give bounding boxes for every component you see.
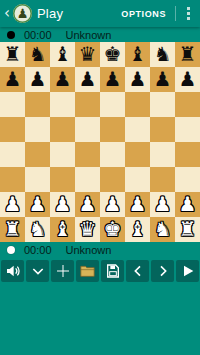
square-g3[interactable]	[150, 167, 175, 192]
piece-black-pawn[interactable]: ♟	[129, 67, 147, 92]
square-c1[interactable]: ♝	[50, 217, 75, 242]
square-b6[interactable]	[25, 92, 50, 117]
piece-white-rook[interactable]: ♜	[4, 217, 22, 242]
square-d5[interactable]	[75, 117, 100, 142]
square-g5[interactable]	[150, 117, 175, 142]
volume-button[interactable]	[1, 260, 24, 282]
chess-board[interactable]: ♜♞♝♛♚♝♞♜♟♟♟♟♟♟♟♟♟♟♟♟♟♟♟♟♜♞♝♛♚♝♞♜	[0, 42, 200, 242]
autoplay-button[interactable]	[176, 260, 199, 282]
piece-white-king[interactable]: ♚	[104, 217, 122, 242]
square-a4[interactable]	[0, 142, 25, 167]
square-d3[interactable]	[75, 167, 100, 192]
piece-black-king[interactable]: ♚	[104, 42, 122, 67]
square-g2[interactable]: ♟	[150, 192, 175, 217]
square-f4[interactable]	[125, 142, 150, 167]
piece-black-pawn[interactable]: ♟	[179, 67, 197, 92]
square-b8[interactable]: ♞	[25, 42, 50, 67]
chevron-left-icon	[130, 263, 146, 279]
piece-white-queen[interactable]: ♛	[79, 217, 97, 242]
square-f2[interactable]: ♟	[125, 192, 150, 217]
piece-white-knight[interactable]: ♞	[154, 217, 172, 242]
piece-black-rook[interactable]: ♜	[179, 42, 197, 67]
square-d4[interactable]	[75, 142, 100, 167]
piece-black-pawn[interactable]: ♟	[4, 67, 22, 92]
square-e8[interactable]: ♚	[100, 42, 125, 67]
square-h7[interactable]: ♟	[175, 67, 200, 92]
piece-white-pawn[interactable]: ♟	[54, 192, 72, 217]
square-c7[interactable]: ♟	[50, 67, 75, 92]
folder-icon	[79, 263, 96, 279]
piece-black-pawn[interactable]: ♟	[29, 67, 47, 92]
square-c6[interactable]	[50, 92, 75, 117]
piece-black-pawn[interactable]: ♟	[154, 67, 172, 92]
square-f8[interactable]: ♝	[125, 42, 150, 67]
square-c5[interactable]	[50, 117, 75, 142]
square-d7[interactable]: ♟	[75, 67, 100, 92]
square-f6[interactable]	[125, 92, 150, 117]
piece-black-rook[interactable]: ♜	[4, 42, 22, 67]
square-d2[interactable]: ♟	[75, 192, 100, 217]
kebab-menu-icon[interactable]	[183, 4, 194, 23]
toolbar	[0, 258, 200, 283]
square-b1[interactable]: ♞	[25, 217, 50, 242]
collapse-button[interactable]	[26, 260, 49, 282]
page-title: Play	[37, 6, 63, 21]
square-h4[interactable]	[175, 142, 200, 167]
square-c3[interactable]	[50, 167, 75, 192]
square-b3[interactable]	[25, 167, 50, 192]
appbar-divider	[175, 6, 176, 21]
square-d8[interactable]: ♛	[75, 42, 100, 67]
piece-white-pawn[interactable]: ♟	[179, 192, 197, 217]
piece-black-pawn[interactable]: ♟	[79, 67, 97, 92]
square-a7[interactable]: ♟	[0, 67, 25, 92]
white-player-clock: 00:00	[24, 244, 52, 256]
piece-white-pawn[interactable]: ♟	[29, 192, 47, 217]
black-player-row: 00:00 Unknown	[0, 27, 200, 42]
square-b2[interactable]: ♟	[25, 192, 50, 217]
square-d1[interactable]: ♛	[75, 217, 100, 242]
square-g7[interactable]: ♟	[150, 67, 175, 92]
square-g4[interactable]	[150, 142, 175, 167]
square-e7[interactable]: ♟	[100, 67, 125, 92]
step-back-button[interactable]	[126, 260, 149, 282]
piece-black-queen[interactable]: ♛	[79, 42, 97, 67]
piece-white-bishop[interactable]: ♝	[129, 217, 147, 242]
piece-white-pawn[interactable]: ♟	[129, 192, 147, 217]
square-h1[interactable]: ♜	[175, 217, 200, 242]
white-player-row: 00:00 Unknown	[0, 242, 200, 258]
square-h6[interactable]	[175, 92, 200, 117]
square-e3[interactable]	[100, 167, 125, 192]
square-e1[interactable]: ♚	[100, 217, 125, 242]
open-button[interactable]	[76, 260, 99, 282]
square-c8[interactable]: ♝	[50, 42, 75, 67]
play-icon	[180, 263, 196, 279]
square-a8[interactable]: ♜	[0, 42, 25, 67]
piece-white-pawn[interactable]: ♟	[154, 192, 172, 217]
black-player-clock: 00:00	[24, 29, 52, 41]
square-c4[interactable]	[50, 142, 75, 167]
square-c2[interactable]: ♟	[50, 192, 75, 217]
square-f3[interactable]	[125, 167, 150, 192]
speaker-icon	[5, 263, 21, 279]
black-player-indicator	[7, 31, 15, 39]
app-bar: ‹ ♟ Play OPTIONS	[0, 0, 200, 27]
back-icon[interactable]: ‹	[2, 0, 12, 27]
piece-black-knight[interactable]: ♞	[29, 42, 47, 67]
square-a3[interactable]	[0, 167, 25, 192]
white-player-indicator	[7, 246, 15, 254]
square-f5[interactable]	[125, 117, 150, 142]
piece-black-bishop[interactable]: ♝	[54, 42, 72, 67]
piece-black-bishop[interactable]: ♝	[129, 42, 147, 67]
square-b4[interactable]	[25, 142, 50, 167]
square-a5[interactable]	[0, 117, 25, 142]
square-a2[interactable]: ♟	[0, 192, 25, 217]
piece-white-pawn[interactable]: ♟	[79, 192, 97, 217]
square-f7[interactable]: ♟	[125, 67, 150, 92]
black-player-name: Unknown	[66, 29, 112, 41]
square-h3[interactable]	[175, 167, 200, 192]
piece-black-pawn[interactable]: ♟	[54, 67, 72, 92]
piece-black-pawn[interactable]: ♟	[104, 67, 122, 92]
save-button[interactable]	[101, 260, 124, 282]
piece-white-pawn[interactable]: ♟	[104, 192, 122, 217]
chevron-right-icon	[155, 263, 171, 279]
square-g1[interactable]: ♞	[150, 217, 175, 242]
square-b7[interactable]: ♟	[25, 67, 50, 92]
options-button[interactable]: OPTIONS	[119, 5, 168, 23]
square-a1[interactable]: ♜	[0, 217, 25, 242]
square-e2[interactable]: ♟	[100, 192, 125, 217]
piece-white-rook[interactable]: ♜	[179, 217, 197, 242]
piece-white-bishop[interactable]: ♝	[54, 217, 72, 242]
square-h8[interactable]: ♜	[175, 42, 200, 67]
square-f1[interactable]: ♝	[125, 217, 150, 242]
square-e4[interactable]	[100, 142, 125, 167]
piece-black-knight[interactable]: ♞	[154, 42, 172, 67]
piece-white-pawn[interactable]: ♟	[4, 192, 22, 217]
square-e5[interactable]	[100, 117, 125, 142]
floppy-disk-icon	[105, 263, 121, 279]
square-h5[interactable]	[175, 117, 200, 142]
pawn-badge-icon: ♟	[13, 4, 32, 23]
piece-white-knight[interactable]: ♞	[29, 217, 47, 242]
square-g8[interactable]: ♞	[150, 42, 175, 67]
square-a6[interactable]	[0, 92, 25, 117]
square-b5[interactable]	[25, 117, 50, 142]
plus-icon	[55, 263, 71, 279]
square-h2[interactable]: ♟	[175, 192, 200, 217]
square-e6[interactable]	[100, 92, 125, 117]
square-g6[interactable]	[150, 92, 175, 117]
square-d6[interactable]	[75, 92, 100, 117]
new-game-button[interactable]	[51, 260, 74, 282]
white-player-name: Unknown	[66, 244, 112, 256]
step-forward-button[interactable]	[151, 260, 174, 282]
chevron-down-icon	[30, 263, 46, 279]
